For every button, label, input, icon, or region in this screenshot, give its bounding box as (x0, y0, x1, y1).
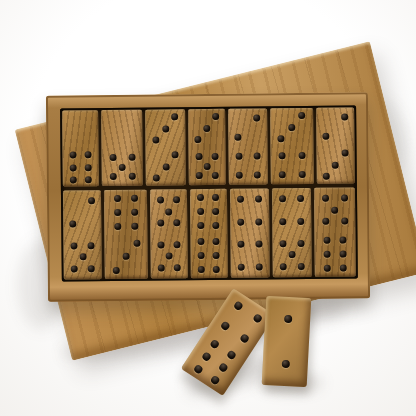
pip (195, 172, 202, 179)
pip (255, 196, 262, 203)
pip (88, 197, 95, 204)
pip (114, 223, 121, 230)
pip (235, 152, 242, 159)
domino-2-5 (63, 190, 102, 279)
pip (324, 237, 331, 244)
pip (110, 173, 117, 180)
domino-half-5 (314, 187, 355, 232)
pip (279, 240, 286, 247)
pip (198, 222, 205, 229)
pip (280, 263, 287, 270)
pip (297, 195, 304, 202)
domino-half-2 (316, 107, 355, 145)
pip (198, 238, 205, 245)
pip (213, 208, 220, 215)
pip (279, 172, 286, 179)
pip (237, 219, 244, 226)
pip (172, 151, 179, 158)
domino-half-3 (316, 145, 355, 183)
pip (70, 176, 77, 183)
pip (323, 173, 330, 180)
pip (279, 218, 286, 225)
domino-3-4 (270, 108, 314, 184)
pip (157, 264, 164, 271)
pip (70, 152, 77, 159)
pip (238, 263, 245, 270)
pip (113, 267, 120, 274)
domino-half-3 (188, 109, 225, 147)
domino-5-5 (150, 189, 187, 278)
pip (233, 300, 244, 311)
domino-half-5 (189, 147, 226, 185)
pip (172, 113, 179, 120)
pip (341, 195, 348, 202)
domino-3-5 (188, 109, 225, 185)
pip (212, 113, 219, 120)
pip (70, 242, 77, 249)
pip (79, 254, 86, 261)
domino-half-4 (228, 146, 267, 184)
pip (283, 315, 291, 323)
pip (153, 136, 160, 143)
pip (213, 222, 220, 229)
pip (331, 206, 338, 213)
domino-half-3 (145, 109, 185, 147)
pip (252, 312, 263, 323)
pip (324, 251, 331, 258)
domino-6-6 (190, 189, 229, 278)
pip (131, 194, 138, 201)
pip (119, 163, 126, 170)
pip (324, 265, 331, 272)
pip (235, 134, 242, 141)
domino-half-0 (62, 110, 99, 148)
pip (278, 152, 285, 159)
pip (332, 161, 339, 168)
pip (253, 172, 260, 179)
domino-2-4 (228, 108, 268, 184)
pip (85, 164, 92, 171)
pip (88, 242, 95, 249)
domino-half-5 (150, 189, 187, 234)
pip (213, 238, 220, 245)
domino-half-5 (63, 235, 101, 280)
pip (162, 125, 169, 132)
domino-4-5 (272, 188, 313, 277)
pip (341, 113, 348, 120)
pip (114, 209, 121, 216)
pip (340, 237, 347, 244)
domino-half-6 (190, 233, 228, 278)
domino-half-2 (228, 108, 267, 146)
pip (281, 360, 289, 368)
pip (162, 163, 169, 170)
pip (340, 251, 347, 258)
pip (113, 194, 120, 201)
domino-half-5 (151, 234, 188, 279)
pip (174, 220, 181, 227)
pip (157, 220, 164, 227)
pip (212, 152, 219, 159)
pip (298, 240, 305, 247)
pip (255, 263, 262, 270)
domino-half-4 (270, 146, 313, 184)
pip (109, 154, 116, 161)
tray-interior (60, 105, 358, 281)
pip (298, 112, 305, 119)
pip (322, 195, 329, 202)
pip (157, 197, 164, 204)
product-photo-stage (0, 0, 416, 416)
domino-half-6 (104, 190, 148, 235)
pip (253, 152, 260, 159)
pip (341, 150, 348, 157)
pip (70, 265, 77, 272)
pip (165, 208, 172, 215)
pip (201, 351, 212, 362)
pip (213, 266, 220, 273)
pip (289, 251, 296, 258)
pip (128, 173, 135, 180)
domino-half-3 (270, 108, 313, 146)
pip (85, 152, 92, 159)
domino-6-3 (104, 190, 148, 279)
pip (166, 253, 173, 260)
tray-row-bottom (63, 187, 356, 279)
pip (253, 114, 260, 121)
domino-half-4 (272, 188, 312, 233)
pip (198, 208, 205, 215)
pip (157, 241, 164, 248)
pip (278, 135, 285, 142)
pip (238, 240, 245, 247)
pip (279, 195, 286, 202)
domino-half-4 (230, 188, 269, 233)
domino-5-6 (314, 187, 355, 276)
pip (203, 124, 210, 131)
pip (298, 263, 305, 270)
pip (297, 218, 304, 225)
domino-0-5 (102, 110, 144, 186)
pip (341, 218, 348, 225)
domino-half-3 (104, 234, 148, 279)
pip (131, 208, 138, 215)
pip (195, 136, 202, 143)
pip (288, 124, 295, 131)
pip (85, 176, 92, 183)
pip (123, 253, 130, 260)
pip (70, 221, 77, 228)
pip (237, 196, 244, 203)
domino-half-2 (63, 190, 101, 235)
domino-0-6 (62, 110, 99, 186)
pip (197, 194, 204, 201)
domino-tray (46, 92, 370, 301)
pip (209, 375, 220, 386)
domino-half-6 (315, 232, 356, 277)
pip (212, 193, 219, 200)
pip (70, 164, 77, 171)
domino-half-6 (62, 148, 99, 186)
pip (198, 252, 205, 259)
domino-half-5 (272, 232, 312, 277)
pip (128, 153, 135, 160)
domino-half-0 (102, 110, 143, 148)
domino-2-3 (316, 107, 355, 183)
pip (209, 338, 220, 349)
pip (255, 219, 262, 226)
pip (174, 264, 181, 271)
domino-half-5 (102, 148, 143, 186)
pip (131, 223, 138, 230)
pip (236, 172, 243, 179)
pip (174, 241, 181, 248)
pip (88, 265, 95, 272)
pip (340, 265, 347, 272)
pip (255, 240, 262, 247)
domino-4-4 (230, 188, 269, 277)
pip (204, 162, 211, 169)
domino-half-1 (262, 340, 309, 387)
pip (212, 172, 219, 179)
domino-half-6 (190, 189, 228, 234)
loose-domino-1-1 (262, 296, 312, 387)
tray-row-top (62, 107, 355, 186)
pip (238, 333, 249, 344)
domino-3-3 (145, 109, 186, 185)
pip (195, 153, 202, 160)
pip (219, 321, 230, 332)
domino-half-1 (264, 296, 311, 343)
pip (153, 174, 160, 181)
domino-half-3 (146, 147, 186, 185)
domino-half-4 (231, 233, 270, 278)
pip (133, 240, 140, 247)
pip (226, 349, 237, 360)
pip (322, 218, 329, 225)
pip (298, 171, 305, 178)
pip (198, 267, 205, 274)
pip (298, 152, 305, 159)
pip (218, 362, 229, 373)
pip (323, 133, 330, 140)
pip (193, 364, 204, 375)
pip (173, 196, 180, 203)
pip (213, 252, 220, 259)
